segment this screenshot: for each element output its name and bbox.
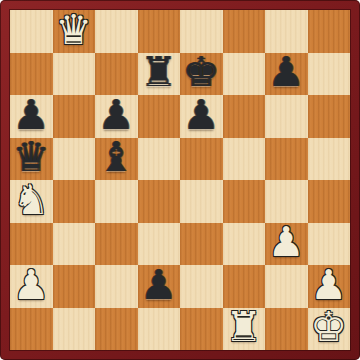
board-frame: ♛♜♚♟♟♟♟♛♝♞♟♟♟♟♜♚ xyxy=(0,0,360,360)
square-h8[interactable] xyxy=(308,10,351,53)
white-pawn[interactable]: ♟ xyxy=(310,265,347,306)
black-king[interactable]: ♚ xyxy=(183,53,220,94)
square-e6[interactable]: ♟ xyxy=(180,95,223,138)
square-f6[interactable] xyxy=(223,95,266,138)
square-d5[interactable] xyxy=(138,138,181,181)
square-b1[interactable] xyxy=(53,308,96,351)
square-h1[interactable]: ♚ xyxy=(308,308,351,351)
square-c7[interactable] xyxy=(95,53,138,96)
white-knight[interactable]: ♞ xyxy=(13,180,50,221)
white-rook[interactable]: ♜ xyxy=(225,308,262,349)
square-c8[interactable] xyxy=(95,10,138,53)
square-g6[interactable] xyxy=(265,95,308,138)
square-f3[interactable] xyxy=(223,223,266,266)
square-g4[interactable] xyxy=(265,180,308,223)
square-b8[interactable]: ♛ xyxy=(53,10,96,53)
square-c6[interactable]: ♟ xyxy=(95,95,138,138)
square-c5[interactable]: ♝ xyxy=(95,138,138,181)
square-a6[interactable]: ♟ xyxy=(10,95,53,138)
square-e7[interactable]: ♚ xyxy=(180,53,223,96)
black-pawn[interactable]: ♟ xyxy=(98,95,135,136)
black-pawn[interactable]: ♟ xyxy=(268,53,305,94)
square-h2[interactable]: ♟ xyxy=(308,265,351,308)
square-a3[interactable] xyxy=(10,223,53,266)
square-a2[interactable]: ♟ xyxy=(10,265,53,308)
square-e2[interactable] xyxy=(180,265,223,308)
square-c2[interactable] xyxy=(95,265,138,308)
square-a7[interactable] xyxy=(10,53,53,96)
black-queen[interactable]: ♛ xyxy=(13,138,50,179)
square-e8[interactable] xyxy=(180,10,223,53)
square-h7[interactable] xyxy=(308,53,351,96)
square-f2[interactable] xyxy=(223,265,266,308)
square-h3[interactable] xyxy=(308,223,351,266)
square-g2[interactable] xyxy=(265,265,308,308)
black-pawn[interactable]: ♟ xyxy=(183,95,220,136)
square-d3[interactable] xyxy=(138,223,181,266)
chess-board: ♛♜♚♟♟♟♟♛♝♞♟♟♟♟♜♚ xyxy=(10,10,350,350)
square-b4[interactable] xyxy=(53,180,96,223)
square-h6[interactable] xyxy=(308,95,351,138)
square-b2[interactable] xyxy=(53,265,96,308)
square-a1[interactable] xyxy=(10,308,53,351)
square-g5[interactable] xyxy=(265,138,308,181)
square-f8[interactable] xyxy=(223,10,266,53)
square-f5[interactable] xyxy=(223,138,266,181)
square-g8[interactable] xyxy=(265,10,308,53)
white-pawn[interactable]: ♟ xyxy=(268,223,305,264)
square-d6[interactable] xyxy=(138,95,181,138)
black-rook[interactable]: ♜ xyxy=(140,53,177,94)
square-g3[interactable]: ♟ xyxy=(265,223,308,266)
square-c1[interactable] xyxy=(95,308,138,351)
square-d8[interactable] xyxy=(138,10,181,53)
square-e4[interactable] xyxy=(180,180,223,223)
white-queen[interactable]: ♛ xyxy=(55,10,92,51)
square-f7[interactable] xyxy=(223,53,266,96)
square-h5[interactable] xyxy=(308,138,351,181)
square-b7[interactable] xyxy=(53,53,96,96)
square-e3[interactable] xyxy=(180,223,223,266)
square-a5[interactable]: ♛ xyxy=(10,138,53,181)
black-bishop[interactable]: ♝ xyxy=(98,138,135,179)
white-king[interactable]: ♚ xyxy=(310,308,347,349)
white-pawn[interactable]: ♟ xyxy=(13,265,50,306)
square-f1[interactable]: ♜ xyxy=(223,308,266,351)
square-b6[interactable] xyxy=(53,95,96,138)
black-pawn[interactable]: ♟ xyxy=(140,265,177,306)
square-d2[interactable]: ♟ xyxy=(138,265,181,308)
square-a8[interactable] xyxy=(10,10,53,53)
square-b3[interactable] xyxy=(53,223,96,266)
square-d1[interactable] xyxy=(138,308,181,351)
black-pawn[interactable]: ♟ xyxy=(13,95,50,136)
square-h4[interactable] xyxy=(308,180,351,223)
square-a4[interactable]: ♞ xyxy=(10,180,53,223)
square-d4[interactable] xyxy=(138,180,181,223)
square-c4[interactable] xyxy=(95,180,138,223)
square-g1[interactable] xyxy=(265,308,308,351)
square-f4[interactable] xyxy=(223,180,266,223)
square-d7[interactable]: ♜ xyxy=(138,53,181,96)
square-b5[interactable] xyxy=(53,138,96,181)
square-g7[interactable]: ♟ xyxy=(265,53,308,96)
square-c3[interactable] xyxy=(95,223,138,266)
square-e5[interactable] xyxy=(180,138,223,181)
square-e1[interactable] xyxy=(180,308,223,351)
